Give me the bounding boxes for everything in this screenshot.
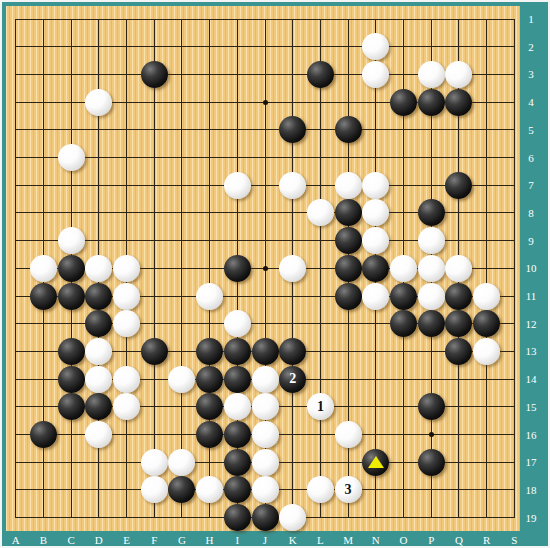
stone-black-L3[interactable] <box>307 61 334 88</box>
stone-black-P8[interactable] <box>418 199 445 226</box>
col-label-G: G <box>172 533 192 547</box>
stone-black-M5[interactable] <box>335 116 362 143</box>
stone-black-M10[interactable] <box>335 255 362 282</box>
stone-white-I15[interactable] <box>224 393 251 420</box>
stone-black-B11[interactable] <box>30 283 57 310</box>
row-label-6: 6 <box>518 151 544 165</box>
stone-black-H15[interactable] <box>196 393 223 420</box>
stone-black-I10[interactable] <box>224 255 251 282</box>
stone-black-O12[interactable] <box>390 310 417 337</box>
stone-white-O10[interactable] <box>390 255 417 282</box>
col-label-Q: Q <box>449 533 469 547</box>
col-label-M: M <box>338 533 358 547</box>
col-label-D: D <box>89 533 109 547</box>
stone-white-C6[interactable] <box>58 144 85 171</box>
grid-line <box>514 19 515 519</box>
row-label-19: 19 <box>518 511 544 525</box>
go-board-window: 213 ABCDEFGHIJKLMNOPQRS 1234567891011121… <box>0 0 550 548</box>
col-label-F: F <box>144 533 164 547</box>
row-label-8: 8 <box>518 206 544 220</box>
stone-white-P11[interactable] <box>418 283 445 310</box>
stone-black-I17[interactable] <box>224 449 251 476</box>
stone-white-D14[interactable] <box>85 366 112 393</box>
stone-black-P15[interactable] <box>418 393 445 420</box>
stone-white-H18[interactable] <box>196 476 223 503</box>
stone-black-O11[interactable] <box>390 283 417 310</box>
stone-white-F17[interactable] <box>141 449 168 476</box>
stone-white-I7[interactable] <box>224 172 251 199</box>
stone-white-G14[interactable] <box>168 366 195 393</box>
row-label-18: 18 <box>518 483 544 497</box>
stone-black-C10[interactable] <box>58 255 85 282</box>
row-label-12: 12 <box>518 317 544 331</box>
triangle-marker <box>368 456 384 468</box>
grid-line <box>486 19 487 519</box>
stone-black-C14[interactable] <box>58 366 85 393</box>
col-label-L: L <box>310 533 330 547</box>
stone-white-Q10[interactable] <box>445 255 472 282</box>
stone-black-M8[interactable] <box>335 199 362 226</box>
stone-white-J18[interactable] <box>252 476 279 503</box>
stone-black-D12[interactable] <box>85 310 112 337</box>
stone-black-R12[interactable] <box>473 310 500 337</box>
row-label-5: 5 <box>518 123 544 137</box>
stone-black-Q11[interactable] <box>445 283 472 310</box>
row-label-14: 14 <box>518 372 544 386</box>
stone-black-Q7[interactable] <box>445 172 472 199</box>
stone-black-N17[interactable] <box>362 449 389 476</box>
move-number-label: 3 <box>345 483 352 497</box>
star-point <box>429 432 434 437</box>
col-label-I: I <box>227 533 247 547</box>
stone-black-B16[interactable] <box>30 421 57 448</box>
stone-black-H13[interactable] <box>196 338 223 365</box>
stone-black-P4[interactable] <box>418 89 445 116</box>
row-label-9: 9 <box>518 234 544 248</box>
stone-black-J13[interactable] <box>252 338 279 365</box>
stone-white-R13[interactable] <box>473 338 500 365</box>
stone-black-H16[interactable] <box>196 421 223 448</box>
move-number-label: 2 <box>289 372 296 386</box>
stone-black-P12[interactable] <box>418 310 445 337</box>
stone-black-I18[interactable] <box>224 476 251 503</box>
col-label-A: A <box>6 533 26 547</box>
col-label-P: P <box>421 533 441 547</box>
stone-white-J17[interactable] <box>252 449 279 476</box>
stone-white-L8[interactable] <box>307 199 334 226</box>
stone-white-P9[interactable] <box>418 227 445 254</box>
stone-black-N10[interactable] <box>362 255 389 282</box>
stone-black-D15[interactable] <box>85 393 112 420</box>
stone-black-P17[interactable] <box>418 449 445 476</box>
stone-white-L15[interactable]: 1 <box>307 393 334 420</box>
stone-black-C11[interactable] <box>58 283 85 310</box>
stone-black-H14[interactable] <box>196 366 223 393</box>
stone-white-J16[interactable] <box>252 421 279 448</box>
stone-black-F3[interactable] <box>141 61 168 88</box>
stone-white-K7[interactable] <box>279 172 306 199</box>
star-point <box>263 100 268 105</box>
stone-black-I13[interactable] <box>224 338 251 365</box>
row-label-7: 7 <box>518 178 544 192</box>
stone-white-N3[interactable] <box>362 61 389 88</box>
stone-black-Q4[interactable] <box>445 89 472 116</box>
stone-black-C15[interactable] <box>58 393 85 420</box>
row-label-2: 2 <box>518 40 544 54</box>
col-label-C: C <box>61 533 81 547</box>
stone-white-E10[interactable] <box>113 255 140 282</box>
stone-white-D16[interactable] <box>85 421 112 448</box>
col-label-J: J <box>255 533 275 547</box>
stone-black-M11[interactable] <box>335 283 362 310</box>
stone-white-J15[interactable] <box>252 393 279 420</box>
col-label-E: E <box>117 533 137 547</box>
stone-white-N8[interactable] <box>362 199 389 226</box>
stone-white-D10[interactable] <box>85 255 112 282</box>
stone-black-I19[interactable] <box>224 504 251 531</box>
stone-white-H11[interactable] <box>196 283 223 310</box>
stone-white-F18[interactable] <box>141 476 168 503</box>
row-label-13: 13 <box>518 344 544 358</box>
stone-black-O4[interactable] <box>390 89 417 116</box>
stone-white-M16[interactable] <box>335 421 362 448</box>
stone-white-N11[interactable] <box>362 283 389 310</box>
stone-white-E15[interactable] <box>113 393 140 420</box>
col-label-K: K <box>283 533 303 547</box>
row-label-3: 3 <box>518 67 544 81</box>
stone-black-K13[interactable] <box>279 338 306 365</box>
row-label-11: 11 <box>518 289 544 303</box>
stone-white-B10[interactable] <box>30 255 57 282</box>
move-number-label: 1 <box>317 400 324 414</box>
star-point <box>263 266 268 271</box>
stone-black-Q12[interactable] <box>445 310 472 337</box>
stone-black-K14[interactable]: 2 <box>279 366 306 393</box>
col-label-H: H <box>200 533 220 547</box>
stone-white-I12[interactable] <box>224 310 251 337</box>
stone-white-N9[interactable] <box>362 227 389 254</box>
stone-white-Q3[interactable] <box>445 61 472 88</box>
stone-white-C9[interactable] <box>58 227 85 254</box>
stone-white-G17[interactable] <box>168 449 195 476</box>
stone-black-F13[interactable] <box>141 338 168 365</box>
col-label-R: R <box>477 533 497 547</box>
col-label-N: N <box>366 533 386 547</box>
stone-white-K19[interactable] <box>279 504 306 531</box>
row-label-4: 4 <box>518 95 544 109</box>
row-label-1: 1 <box>518 12 544 26</box>
stone-white-M7[interactable] <box>335 172 362 199</box>
row-label-15: 15 <box>518 400 544 414</box>
stone-black-J19[interactable] <box>252 504 279 531</box>
row-label-16: 16 <box>518 428 544 442</box>
stone-white-P3[interactable] <box>418 61 445 88</box>
stone-white-D4[interactable] <box>85 89 112 116</box>
stone-black-I14[interactable] <box>224 366 251 393</box>
stone-white-K10[interactable] <box>279 255 306 282</box>
goban[interactable]: 213 <box>6 6 520 531</box>
stone-white-L18[interactable] <box>307 476 334 503</box>
stone-white-N7[interactable] <box>362 172 389 199</box>
stone-black-K5[interactable] <box>279 116 306 143</box>
stone-black-I16[interactable] <box>224 421 251 448</box>
stone-white-N2[interactable] <box>362 33 389 60</box>
row-label-10: 10 <box>518 261 544 275</box>
stone-white-R11[interactable] <box>473 283 500 310</box>
stone-white-M18[interactable]: 3 <box>335 476 362 503</box>
col-label-S: S <box>504 533 524 547</box>
row-label-17: 17 <box>518 455 544 469</box>
stone-black-M9[interactable] <box>335 227 362 254</box>
stone-white-E12[interactable] <box>113 310 140 337</box>
stone-black-Q13[interactable] <box>445 338 472 365</box>
col-label-B: B <box>33 533 53 547</box>
col-label-O: O <box>394 533 414 547</box>
stone-white-E11[interactable] <box>113 283 140 310</box>
stone-black-G18[interactable] <box>168 476 195 503</box>
stone-black-C13[interactable] <box>58 338 85 365</box>
stone-black-D11[interactable] <box>85 283 112 310</box>
stone-white-J14[interactable] <box>252 366 279 393</box>
stone-white-E14[interactable] <box>113 366 140 393</box>
grid-line <box>320 19 321 519</box>
stone-white-P10[interactable] <box>418 255 445 282</box>
stone-white-D13[interactable] <box>85 338 112 365</box>
